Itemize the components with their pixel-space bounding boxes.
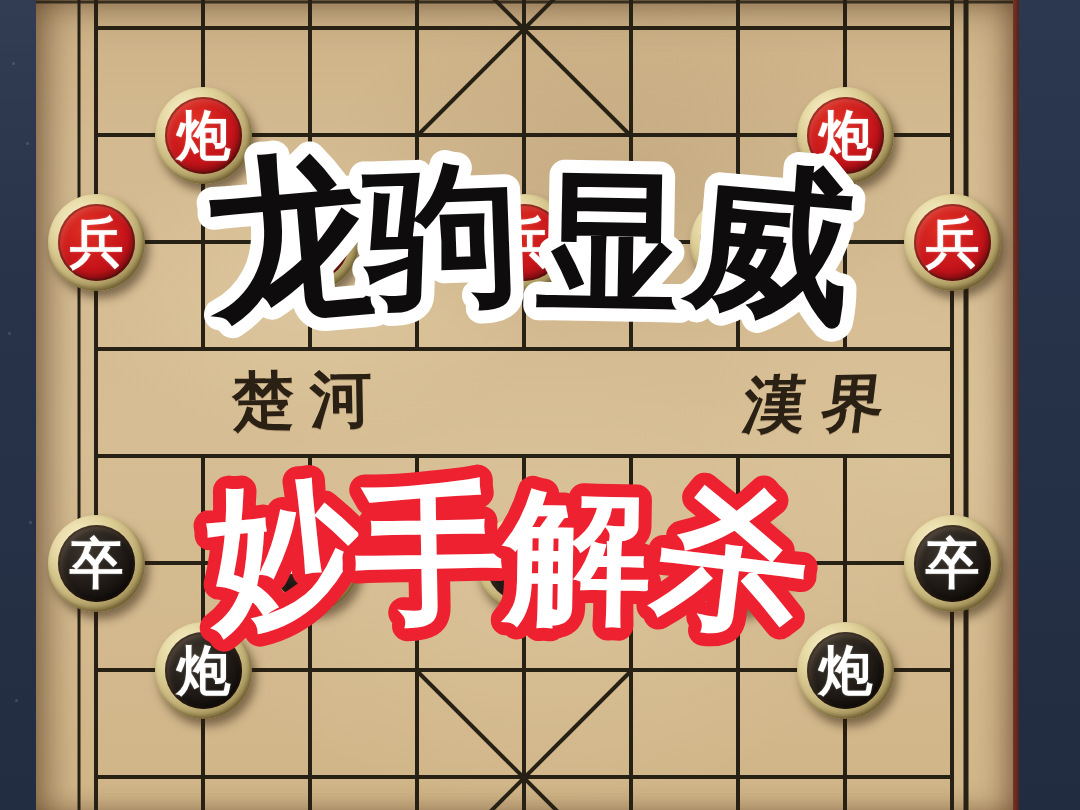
piece-disc: 卒 xyxy=(486,525,563,602)
piece-disc: 炮 xyxy=(165,632,242,709)
piece-disc: 卒 xyxy=(914,525,991,602)
piece-black-soldier[interactable]: 卒 xyxy=(690,515,787,612)
piece-disc: 兵 xyxy=(700,204,777,281)
piece-black-soldier[interactable]: 卒 xyxy=(904,515,1001,612)
piece-black-soldier[interactable]: 卒 xyxy=(476,515,573,612)
piece-red-soldier[interactable]: 兵 xyxy=(262,194,359,291)
piece-red-soldier[interactable]: 兵 xyxy=(476,194,573,291)
piece-glyph: 炮 xyxy=(819,109,873,163)
piece-glyph: 卒 xyxy=(498,537,552,591)
piece-red-soldier[interactable]: 兵 xyxy=(48,194,145,291)
piece-glyph: 兵 xyxy=(498,216,552,270)
piece-red-cannon[interactable]: 炮 xyxy=(797,87,894,184)
piece-black-cannon[interactable]: 炮 xyxy=(797,622,894,719)
piece-glyph: 炮 xyxy=(819,644,873,698)
piece-glyph: 兵 xyxy=(712,216,766,270)
piece-disc: 兵 xyxy=(914,204,991,281)
piece-glyph: 卒 xyxy=(712,537,766,591)
right-background-panel xyxy=(1019,0,1080,810)
piece-glyph: 兵 xyxy=(70,216,124,270)
piece-black-soldier[interactable]: 卒 xyxy=(262,515,359,612)
left-background-panel xyxy=(0,0,36,810)
star-speck-icon xyxy=(15,699,18,702)
piece-disc: 兵 xyxy=(58,204,135,281)
piece-black-soldier[interactable]: 卒 xyxy=(48,515,145,612)
piece-disc: 卒 xyxy=(272,525,349,602)
star-speck-icon xyxy=(29,521,32,524)
piece-disc: 兵 xyxy=(272,204,349,281)
piece-black-cannon[interactable]: 炮 xyxy=(155,622,252,719)
piece-glyph: 炮 xyxy=(177,109,231,163)
piece-disc: 卒 xyxy=(700,525,777,602)
piece-disc: 兵 xyxy=(486,204,563,281)
piece-glyph: 卒 xyxy=(70,537,124,591)
piece-red-cannon[interactable]: 炮 xyxy=(155,87,252,184)
piece-glyph: 兵 xyxy=(926,216,980,270)
star-speck-icon xyxy=(26,142,29,145)
piece-red-soldier[interactable]: 兵 xyxy=(904,194,1001,291)
piece-disc: 炮 xyxy=(165,97,242,174)
piece-glyph: 兵 xyxy=(284,216,338,270)
piece-red-soldier[interactable]: 兵 xyxy=(690,194,787,291)
star-speck-icon xyxy=(12,62,15,65)
piece-disc: 炮 xyxy=(807,97,884,174)
piece-disc: 卒 xyxy=(58,525,135,602)
piece-glyph: 卒 xyxy=(284,537,338,591)
piece-disc: 炮 xyxy=(807,632,884,709)
pieces-layer: 炮炮兵兵兵兵兵卒卒卒卒卒炮炮 xyxy=(0,0,1080,810)
piece-glyph: 卒 xyxy=(926,537,980,591)
xiangqi-thumbnail: 楚河 漢界 炮炮兵兵兵兵兵卒卒卒卒卒炮炮 龙驹显威 妙手解杀 xyxy=(0,0,1080,810)
piece-glyph: 炮 xyxy=(177,644,231,698)
star-speck-icon xyxy=(8,332,11,335)
